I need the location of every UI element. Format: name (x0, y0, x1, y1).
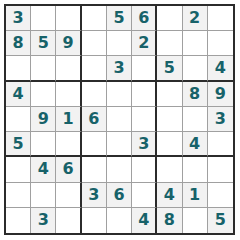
cell-r4c2[interactable] (31, 82, 56, 107)
cell-r1c4[interactable] (82, 6, 107, 31)
cell-r9c7: 8 (157, 208, 182, 233)
cell-r6c1: 5 (6, 132, 31, 157)
cell-r1c2[interactable] (31, 6, 56, 31)
cell-r9c5[interactable] (107, 208, 132, 233)
cell-r6c4[interactable] (82, 132, 107, 157)
cell-r2c9[interactable] (208, 31, 233, 56)
cell-r1c7[interactable] (157, 6, 182, 31)
cell-r3c5: 3 (107, 56, 132, 81)
cell-r4c7[interactable] (157, 82, 182, 107)
cell-r3c9: 4 (208, 56, 233, 81)
cell-r3c4[interactable] (82, 56, 107, 81)
cell-r4c3[interactable] (56, 82, 81, 107)
cell-r9c8[interactable] (183, 208, 208, 233)
cell-r2c7[interactable] (157, 31, 182, 56)
cell-r7c6[interactable] (132, 157, 157, 182)
cell-r5c5[interactable] (107, 107, 132, 132)
cell-r7c5[interactable] (107, 157, 132, 182)
cell-r7c7[interactable] (157, 157, 182, 182)
cell-r1c5: 5 (107, 6, 132, 31)
cell-r9c6: 4 (132, 208, 157, 233)
cell-r3c7: 5 (157, 56, 182, 81)
cell-r7c8[interactable] (183, 157, 208, 182)
cell-r8c7: 4 (157, 183, 182, 208)
cell-r3c8[interactable] (183, 56, 208, 81)
cell-r8c2[interactable] (31, 183, 56, 208)
cell-r6c9[interactable] (208, 132, 233, 157)
cell-r5c3: 1 (56, 107, 81, 132)
cell-r5c9: 3 (208, 107, 233, 132)
cell-r9c9: 5 (208, 208, 233, 233)
cell-r5c1[interactable] (6, 107, 31, 132)
cell-r2c3: 9 (56, 31, 81, 56)
cell-r1c3[interactable] (56, 6, 81, 31)
cell-r4c1: 4 (6, 82, 31, 107)
cell-r3c2[interactable] (31, 56, 56, 81)
cell-r9c3[interactable] (56, 208, 81, 233)
cell-r3c3[interactable] (56, 56, 81, 81)
cell-r4c4[interactable] (82, 82, 107, 107)
cell-r8c8: 1 (183, 183, 208, 208)
cell-r2c8[interactable] (183, 31, 208, 56)
cell-r8c9[interactable] (208, 183, 233, 208)
cell-r5c7[interactable] (157, 107, 182, 132)
cell-r9c1[interactable] (6, 208, 31, 233)
cell-r2c6: 2 (132, 31, 157, 56)
cell-r5c2: 9 (31, 107, 56, 132)
cell-r7c1[interactable] (6, 157, 31, 182)
cell-r5c6[interactable] (132, 107, 157, 132)
cell-r7c3: 6 (56, 157, 81, 182)
cell-r7c4[interactable] (82, 157, 107, 182)
cell-r8c3[interactable] (56, 183, 81, 208)
cell-r7c2: 4 (31, 157, 56, 182)
cell-r2c2: 5 (31, 31, 56, 56)
cell-r6c8: 4 (183, 132, 208, 157)
cell-r6c3[interactable] (56, 132, 81, 157)
cell-r4c5[interactable] (107, 82, 132, 107)
cell-r3c6[interactable] (132, 56, 157, 81)
cell-r8c6[interactable] (132, 183, 157, 208)
cell-r7c9[interactable] (208, 157, 233, 182)
cell-r1c9[interactable] (208, 6, 233, 31)
cell-r8c1[interactable] (6, 183, 31, 208)
cell-r1c8: 2 (183, 6, 208, 31)
cell-r5c8[interactable] (183, 107, 208, 132)
cell-r9c2: 3 (31, 208, 56, 233)
cell-r4c8: 8 (183, 82, 208, 107)
cell-r2c1: 8 (6, 31, 31, 56)
cell-r4c9: 9 (208, 82, 233, 107)
cell-r6c7[interactable] (157, 132, 182, 157)
cell-r6c2[interactable] (31, 132, 56, 157)
cell-r9c4[interactable] (82, 208, 107, 233)
sudoku-board: 3562859235448991635344636413485 (4, 4, 235, 235)
cell-r8c4: 3 (82, 183, 107, 208)
cell-r5c4: 6 (82, 107, 107, 132)
cell-r6c6: 3 (132, 132, 157, 157)
cell-r1c6: 6 (132, 6, 157, 31)
cell-r6c5[interactable] (107, 132, 132, 157)
cell-r4c6[interactable] (132, 82, 157, 107)
cell-r3c1[interactable] (6, 56, 31, 81)
cell-r8c5: 6 (107, 183, 132, 208)
cell-r2c5[interactable] (107, 31, 132, 56)
cell-r1c1: 3 (6, 6, 31, 31)
cell-r2c4[interactable] (82, 31, 107, 56)
